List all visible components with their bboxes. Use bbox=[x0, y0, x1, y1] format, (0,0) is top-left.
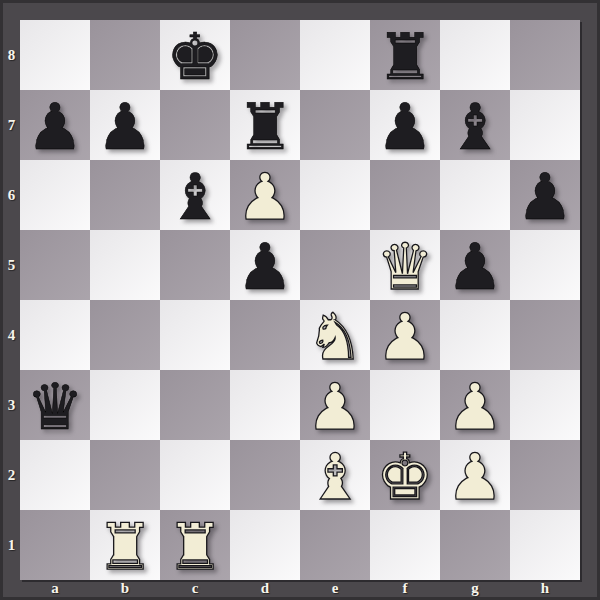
file-label-g: g bbox=[440, 580, 510, 597]
square-f4[interactable]: ♟ bbox=[370, 300, 440, 370]
square-f7[interactable]: ♟ bbox=[370, 90, 440, 160]
square-c8[interactable]: ♚ bbox=[160, 20, 230, 90]
square-g7[interactable]: ♝ bbox=[440, 90, 510, 160]
square-h1[interactable] bbox=[510, 510, 580, 580]
rank-label-7: 7 bbox=[3, 90, 20, 160]
square-e2[interactable]: ♝ bbox=[300, 440, 370, 510]
white-pawn-piece[interactable]: ♟ bbox=[446, 375, 503, 439]
square-d7[interactable]: ♜ bbox=[230, 90, 300, 160]
square-e8[interactable] bbox=[300, 20, 370, 90]
square-a7[interactable]: ♟ bbox=[20, 90, 90, 160]
black-pawn-piece[interactable]: ♟ bbox=[26, 95, 83, 159]
square-g6[interactable] bbox=[440, 160, 510, 230]
rank-labels: 87654321 bbox=[3, 20, 20, 580]
file-labels: abcdefgh bbox=[20, 580, 580, 597]
square-f8[interactable]: ♜ bbox=[370, 20, 440, 90]
file-label-f: f bbox=[370, 580, 440, 597]
square-e1[interactable] bbox=[300, 510, 370, 580]
black-queen-piece[interactable]: ♛ bbox=[26, 375, 83, 439]
square-b3[interactable] bbox=[90, 370, 160, 440]
square-a6[interactable] bbox=[20, 160, 90, 230]
square-e3[interactable]: ♟ bbox=[300, 370, 370, 440]
rank-label-4: 4 bbox=[3, 300, 20, 370]
white-pawn-piece[interactable]: ♟ bbox=[306, 375, 363, 439]
square-g3[interactable]: ♟ bbox=[440, 370, 510, 440]
square-c2[interactable] bbox=[160, 440, 230, 510]
square-a3[interactable]: ♛ bbox=[20, 370, 90, 440]
square-g8[interactable] bbox=[440, 20, 510, 90]
square-b5[interactable] bbox=[90, 230, 160, 300]
square-b8[interactable] bbox=[90, 20, 160, 90]
file-label-c: c bbox=[160, 580, 230, 597]
square-a1[interactable] bbox=[20, 510, 90, 580]
chess-board[interactable]: ♚♜♟♟♜♟♝♝♟♟♟♛♟♞♟♛♟♟♝♚♟♜♜ bbox=[20, 20, 580, 580]
square-e6[interactable] bbox=[300, 160, 370, 230]
square-d1[interactable] bbox=[230, 510, 300, 580]
file-label-e: e bbox=[300, 580, 370, 597]
white-pawn-piece[interactable]: ♟ bbox=[446, 445, 503, 509]
square-h4[interactable] bbox=[510, 300, 580, 370]
white-pawn-piece[interactable]: ♟ bbox=[376, 305, 433, 369]
square-f5[interactable]: ♛ bbox=[370, 230, 440, 300]
black-pawn-piece[interactable]: ♟ bbox=[516, 165, 573, 229]
black-pawn-piece[interactable]: ♟ bbox=[96, 95, 153, 159]
square-e4[interactable]: ♞ bbox=[300, 300, 370, 370]
square-c7[interactable] bbox=[160, 90, 230, 160]
white-knight-piece[interactable]: ♞ bbox=[306, 305, 363, 369]
square-a4[interactable] bbox=[20, 300, 90, 370]
square-a2[interactable] bbox=[20, 440, 90, 510]
file-label-h: h bbox=[510, 580, 580, 597]
square-a5[interactable] bbox=[20, 230, 90, 300]
square-h3[interactable] bbox=[510, 370, 580, 440]
file-label-a: a bbox=[20, 580, 90, 597]
square-e7[interactable] bbox=[300, 90, 370, 160]
file-label-d: d bbox=[230, 580, 300, 597]
square-f1[interactable] bbox=[370, 510, 440, 580]
white-pawn-piece[interactable]: ♟ bbox=[236, 165, 293, 229]
square-f6[interactable] bbox=[370, 160, 440, 230]
square-h7[interactable] bbox=[510, 90, 580, 160]
square-d2[interactable] bbox=[230, 440, 300, 510]
square-c3[interactable] bbox=[160, 370, 230, 440]
black-pawn-piece[interactable]: ♟ bbox=[376, 95, 433, 159]
white-rook-piece[interactable]: ♜ bbox=[96, 515, 153, 579]
black-pawn-piece[interactable]: ♟ bbox=[446, 235, 503, 299]
white-king-piece[interactable]: ♚ bbox=[376, 445, 433, 509]
square-b1[interactable]: ♜ bbox=[90, 510, 160, 580]
square-c6[interactable]: ♝ bbox=[160, 160, 230, 230]
square-h6[interactable]: ♟ bbox=[510, 160, 580, 230]
square-b7[interactable]: ♟ bbox=[90, 90, 160, 160]
square-h2[interactable] bbox=[510, 440, 580, 510]
file-label-b: b bbox=[90, 580, 160, 597]
black-king-piece[interactable]: ♚ bbox=[166, 25, 223, 89]
square-c5[interactable] bbox=[160, 230, 230, 300]
square-d6[interactable]: ♟ bbox=[230, 160, 300, 230]
square-d5[interactable]: ♟ bbox=[230, 230, 300, 300]
square-h8[interactable] bbox=[510, 20, 580, 90]
square-f3[interactable] bbox=[370, 370, 440, 440]
black-bishop-piece[interactable]: ♝ bbox=[446, 95, 503, 159]
black-pawn-piece[interactable]: ♟ bbox=[236, 235, 293, 299]
square-c1[interactable]: ♜ bbox=[160, 510, 230, 580]
square-c4[interactable] bbox=[160, 300, 230, 370]
square-e5[interactable] bbox=[300, 230, 370, 300]
rank-label-2: 2 bbox=[3, 440, 20, 510]
rank-label-1: 1 bbox=[3, 510, 20, 580]
square-f2[interactable]: ♚ bbox=[370, 440, 440, 510]
black-bishop-piece[interactable]: ♝ bbox=[166, 165, 223, 229]
square-a8[interactable] bbox=[20, 20, 90, 90]
black-rook-piece[interactable]: ♜ bbox=[376, 25, 433, 89]
square-b4[interactable] bbox=[90, 300, 160, 370]
white-bishop-piece[interactable]: ♝ bbox=[306, 445, 363, 509]
white-queen-piece[interactable]: ♛ bbox=[376, 235, 433, 299]
rank-label-5: 5 bbox=[3, 230, 20, 300]
square-b2[interactable] bbox=[90, 440, 160, 510]
chess-board-frame: 87654321 ♚♜♟♟♜♟♝♝♟♟♟♛♟♞♟♛♟♟♝♚♟♜♜ abcdefg… bbox=[0, 0, 600, 600]
rank-label-6: 6 bbox=[3, 160, 20, 230]
square-g2[interactable]: ♟ bbox=[440, 440, 510, 510]
square-d4[interactable] bbox=[230, 300, 300, 370]
white-rook-piece[interactable]: ♜ bbox=[166, 515, 223, 579]
square-d8[interactable] bbox=[230, 20, 300, 90]
rank-label-8: 8 bbox=[3, 20, 20, 90]
rank-label-3: 3 bbox=[3, 370, 20, 440]
square-b6[interactable] bbox=[90, 160, 160, 230]
black-rook-piece[interactable]: ♜ bbox=[236, 95, 293, 159]
square-g5[interactable]: ♟ bbox=[440, 230, 510, 300]
square-d3[interactable] bbox=[230, 370, 300, 440]
square-h5[interactable] bbox=[510, 230, 580, 300]
square-g4[interactable] bbox=[440, 300, 510, 370]
square-g1[interactable] bbox=[440, 510, 510, 580]
